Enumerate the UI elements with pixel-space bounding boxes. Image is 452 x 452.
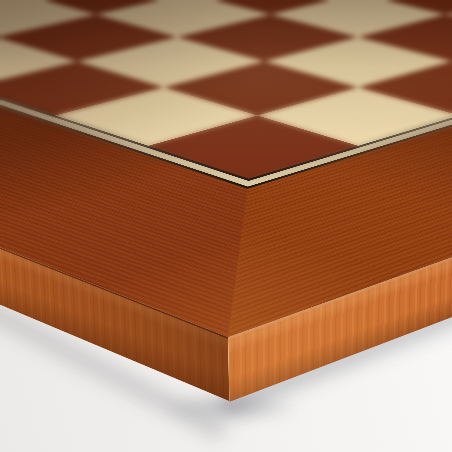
chessboard-corner-photo [0, 0, 452, 452]
chess-board [0, 0, 452, 337]
board-3d-stage [0, 0, 452, 452]
